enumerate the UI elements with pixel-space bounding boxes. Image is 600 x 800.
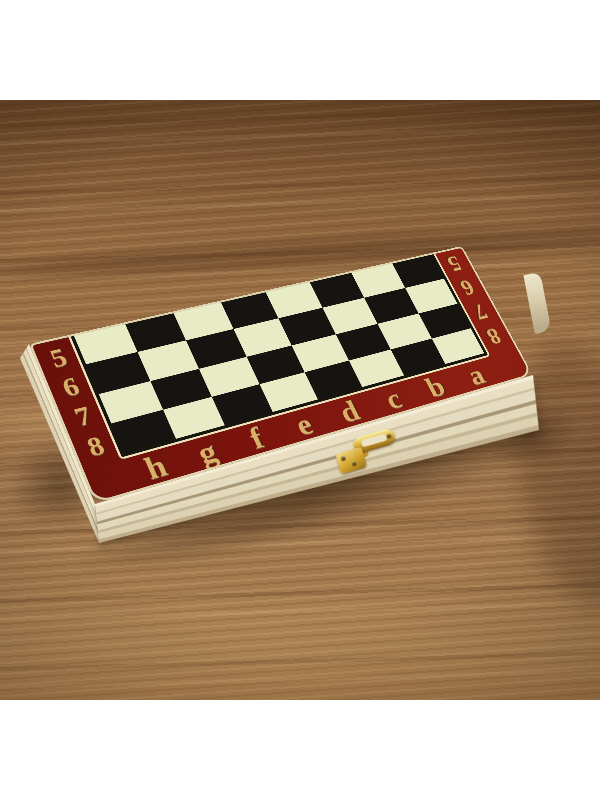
product-photo: hgfedcba 5678 5678 [0, 100, 600, 700]
clasp-plate [335, 447, 367, 475]
matte-bottom [0, 700, 600, 800]
clasp-screw [351, 461, 357, 467]
matte-top [0, 0, 600, 100]
clasp-loop-hole [361, 433, 388, 447]
wood-grain-streak [0, 220, 600, 286]
clasp-screw [386, 433, 392, 439]
wood-table: hgfedcba 5678 5678 [0, 100, 600, 700]
clasp-screw [340, 455, 346, 461]
box-side-right [523, 272, 551, 334]
